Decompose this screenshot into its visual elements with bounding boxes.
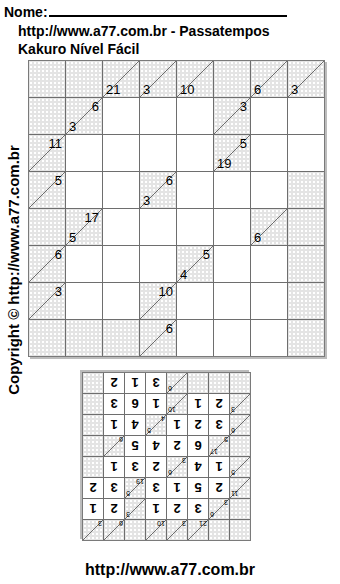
across-clue: 3 [55,285,62,298]
solution-digit: 1 [146,394,166,414]
entry-cell-r7c7[interactable] [251,283,287,319]
across-clue: 17 [210,448,218,455]
kakuro-board: 21310636331151956317566543106 [28,60,325,357]
entry-cell-r6c6[interactable] [214,246,250,282]
solution-entry-cell-r4c3: 4 [188,457,208,477]
entry-cell-r6c2[interactable] [66,246,102,282]
solution-digit: 2 [167,499,187,519]
solution-block-cell-r7c8 [83,394,103,414]
solution-entry-cell-r3c8: 2 [83,478,103,498]
down-clue: 3 [182,457,186,464]
solution-block-cell-r8c1 [230,373,250,393]
block-cell-r5c8 [288,209,324,245]
solution-clue-cell-r6c1: 6 [230,415,250,435]
entry-cell-r6c7[interactable] [251,246,287,282]
clue-cell-r6c1: 6 [29,246,65,282]
solution-clue-cell-r5c2: 175 [209,436,229,456]
down-clue: 3 [143,83,150,96]
clue-cell-r1c5: 10 [177,61,213,97]
solution-clue-cell-r7c4: 10 [167,394,187,414]
across-clue: 6 [166,322,173,335]
solution-entry-cell-r7c6: 6 [125,394,145,414]
entry-cell-r4c2[interactable] [66,172,102,208]
entry-cell-r7c3[interactable] [103,283,139,319]
across-clue: 6 [92,100,99,113]
solution-digit: 2 [167,436,187,456]
clue-cell-r7c1: 3 [29,283,65,319]
solution-entry-cell-r2c8: 1 [83,499,103,519]
across-clue: 5 [126,490,130,497]
name-blank-line [49,2,287,17]
entry-cell-r3c8[interactable] [288,135,324,171]
down-clue: 3 [224,499,228,506]
across-clue: 10 [168,406,176,413]
block-cell-r8c1 [29,320,65,356]
solution-entry-cell-r5c6: 5 [125,436,145,456]
solution-clue-cell-r4c4: 63 [167,457,187,477]
solution-block-cell-r5c8 [83,436,103,456]
entry-cell-r3c4[interactable] [140,135,176,171]
clue-cell-r1c3: 21 [103,61,139,97]
solution-digit: 1 [167,415,187,435]
solution-digit: 3 [209,415,229,435]
down-clue: 10 [157,520,165,527]
entry-cell-r7c5[interactable] [177,283,213,319]
across-clue: 6 [55,248,62,261]
solution-digit: 2 [104,499,124,519]
entry-cell-r2c3[interactable] [103,98,139,134]
solution-entry-cell-r5c3: 6 [188,436,208,456]
solution-digit: 4 [188,457,208,477]
across-clue: 10 [159,285,173,298]
down-clue: 3 [291,83,298,96]
across-clue: 5 [240,137,247,150]
solution-digit: 1 [83,499,103,519]
solution-clue-cell-r1c3: 21 [188,520,208,540]
solution-entry-cell-r6c3: 2 [188,415,208,435]
block-cell-r1c1 [29,61,65,97]
vertical-copyright: Copyright © http://www.a77.com.br [5,145,22,395]
entry-cell-r4c3[interactable] [103,172,139,208]
solution-digit: 2 [188,415,208,435]
page-title: Kakuro Nível Fácil [18,41,139,57]
solution-entry-cell-r2c4: 2 [167,499,187,519]
across-clue: 17 [85,211,99,224]
entry-cell-r7c2[interactable] [66,283,102,319]
footer-url: http://www.a77.com.br [0,561,340,579]
solution-clue-cell-r3c6: 519 [125,478,145,498]
solution-entry-cell-r8c7: 2 [104,373,124,393]
down-clue: 6 [254,83,261,96]
down-clue: 3 [143,194,150,207]
clue-cell-r7c4: 10 [140,283,176,319]
block-cell-r6c8 [288,246,324,282]
block-cell-r8c2 [66,320,102,356]
down-clue: 6 [119,436,123,443]
solution-digit: 1 [104,415,124,435]
solution-entry-cell-r7c3: 1 [188,394,208,414]
entry-cell-r3c2[interactable] [66,135,102,171]
solution-digit: 3 [146,478,166,498]
clue-cell-r1c8: 3 [288,61,324,97]
block-cell-r7c8 [288,283,324,319]
clue-cell-r5c7: 6 [251,209,287,245]
solution-clue-cell-r1c5: 10 [146,520,166,540]
solution-block-cell-r1c2 [209,520,229,540]
solution-digit: 3 [188,499,208,519]
solution-digit: 5 [188,478,208,498]
solution-digit: 1 [125,373,145,393]
down-clue: 19 [217,157,231,170]
solution-block-cell-r6c8 [83,415,103,435]
kakuro-solution-board-rotated: 2131063633213211125135193251463231175624… [82,372,251,541]
solution-clue-cell-r8c4: 6 [167,373,187,393]
solution-block-cell-r2c1 [230,499,250,519]
solution-entry-cell-r7c2: 2 [209,394,229,414]
solution-digit: 1 [167,478,187,498]
kakuro-print-page: Nome: http://www.a77.com.br - Passatempo… [0,0,340,584]
entry-cell-r6c4[interactable] [140,246,176,282]
solution-digit: 6 [125,394,145,414]
solution-block-cell-r8c3 [188,373,208,393]
solution-entry-cell-r3c3: 5 [188,478,208,498]
clue-cell-r1c4: 3 [140,61,176,97]
entry-cell-r5c4[interactable] [140,209,176,245]
solution-entry-cell-r8c6: 1 [125,373,145,393]
down-clue: 3 [98,520,102,527]
name-label: Nome: [4,4,48,20]
block-cell-r5c1 [29,209,65,245]
solution-clue-cell-r6c5: 54 [146,415,166,435]
down-clue: 6 [119,520,123,527]
down-clue: 19 [136,478,144,485]
solution-digit: 6 [188,436,208,456]
entry-cell-r8c6[interactable] [214,320,250,356]
entry-cell-r4c7[interactable] [251,172,287,208]
down-clue: 21 [106,83,120,96]
block-cell-r8c8 [288,320,324,356]
solution-digit: 5 [125,436,145,456]
entry-cell-r8c7[interactable] [251,320,287,356]
solution-entry-cell-r3c4: 1 [167,478,187,498]
across-clue: 6 [166,174,173,187]
solution-digit: 1 [188,394,208,414]
solution-digit: 3 [125,457,145,477]
block-cell-r1c6 [214,61,250,97]
across-clue: 6 [231,427,235,434]
down-clue: 4 [180,268,187,281]
entry-cell-r7c6[interactable] [214,283,250,319]
solution-digit: 2 [104,373,124,393]
solution-digit: 2 [83,478,103,498]
entry-cell-r8c5[interactable] [177,320,213,356]
solution-clue-cell-r4c1: 5 [230,457,250,477]
clue-cell-r5c2: 175 [66,209,102,245]
solution-entry-cell-r6c2: 3 [209,415,229,435]
solution-clue-cell-r3c1: 11 [230,478,250,498]
solution-entry-cell-r7c7: 3 [104,394,124,414]
entry-cell-r3c5[interactable] [177,135,213,171]
entry-cell-r5c5[interactable] [177,209,213,245]
block-cell-r8c3 [103,320,139,356]
down-clue: 21 [199,520,207,527]
solution-entry-cell-r6c6: 4 [125,415,145,435]
down-clue: 5 [224,436,228,443]
entry-cell-r4c5[interactable] [177,172,213,208]
site-header: http://www.a77.com.br - Passatempos [18,23,270,39]
name-row: Nome: [4,2,287,20]
solution-digit: 3 [104,394,124,414]
clue-cell-r3c6: 519 [214,135,250,171]
solution-digit: 2 [146,457,166,477]
clue-cell-r2c2: 63 [66,98,102,134]
entry-cell-r5c6[interactable] [214,209,250,245]
solution-block-cell-r8c2 [209,373,229,393]
solution-digit: 3 [146,373,166,393]
entry-cell-r4c6[interactable] [214,172,250,208]
solution-digit: 3 [104,478,124,498]
solution-clue-cell-r2c2: 63 [209,499,229,519]
clue-cell-r3c1: 11 [29,135,65,171]
solution-clue-cell-r1c7: 6 [104,520,124,540]
across-clue: 6 [210,511,214,518]
across-clue: 5 [203,248,210,261]
solution-entry-cell-r3c2: 2 [209,478,229,498]
solution-entry-cell-r7c5: 1 [146,394,166,414]
block-cell-r1c2 [66,61,102,97]
down-clue: 6 [254,231,261,244]
clue-cell-r6c5: 54 [177,246,213,282]
across-clue: 5 [147,427,151,434]
clue-cell-r4c1: 5 [29,172,65,208]
block-cell-r4c8 [288,172,324,208]
solution-digit: 1 [209,457,229,477]
entry-cell-r3c3[interactable] [103,135,139,171]
solution-digit: 1 [104,457,124,477]
down-clue: 4 [161,415,165,422]
solution-entry-cell-r4c6: 3 [125,457,145,477]
solution-clue-cell-r1c4: 3 [167,520,187,540]
solution-entry-cell-r5c5: 4 [146,436,166,456]
solution-entry-cell-r2c3: 3 [188,499,208,519]
across-clue: 6 [168,385,172,392]
solution-entry-cell-r2c5: 1 [146,499,166,519]
block-cell-r2c1 [29,98,65,134]
clue-cell-r8c4: 6 [140,320,176,356]
across-clue: 5 [231,469,235,476]
solution-block-cell-r4c8 [83,457,103,477]
solution-entry-cell-r4c7: 1 [104,457,124,477]
entry-cell-r2c7[interactable] [251,98,287,134]
solution-entry-cell-r3c7: 3 [104,478,124,498]
solution-entry-cell-r3c5: 3 [146,478,166,498]
entry-cell-r6c3[interactable] [103,246,139,282]
solution-block-cell-r8c8 [83,373,103,393]
solution-entry-cell-r4c2: 1 [209,457,229,477]
solution-entry-cell-r4c5: 2 [146,457,166,477]
solution-clue-cell-r7c1: 3 [230,394,250,414]
entry-cell-r3c7[interactable] [251,135,287,171]
down-clue: 5 [69,231,76,244]
across-clue: 3 [240,100,247,113]
clue-cell-r1c7: 6 [251,61,287,97]
entry-cell-r5c3[interactable] [103,209,139,245]
across-clue: 3 [126,511,130,518]
down-clue: 10 [180,83,194,96]
across-clue: 11 [49,137,63,150]
solution-digit: 4 [125,415,145,435]
solution-entry-cell-r5c4: 2 [167,436,187,456]
down-clue: 3 [69,120,76,133]
clue-cell-r4c4: 63 [140,172,176,208]
solution-digit: 2 [209,478,229,498]
solution-entry-cell-r6c4: 1 [167,415,187,435]
solution-clue-cell-r2c6: 3 [125,499,145,519]
across-clue: 5 [55,174,62,187]
entry-cell-r2c8[interactable] [288,98,324,134]
across-clue: 11 [231,490,238,497]
solution-entry-cell-r2c7: 2 [104,499,124,519]
clue-cell-r2c6: 3 [214,98,250,134]
solution-digit: 1 [146,499,166,519]
entry-cell-r2c4[interactable] [140,98,176,134]
solution-entry-cell-r6c7: 1 [104,415,124,435]
solution-block-cell-r5c1 [230,436,250,456]
solution-block-cell-r1c6 [125,520,145,540]
entry-cell-r2c5[interactable] [177,98,213,134]
solution-block-cell-r1c1 [230,520,250,540]
solution-clue-cell-r1c8: 3 [83,520,103,540]
solution-entry-cell-r8c5: 3 [146,373,166,393]
across-clue: 3 [231,406,235,413]
down-clue: 3 [182,520,186,527]
solution-digit: 2 [209,394,229,414]
across-clue: 6 [168,469,172,476]
solution-digit: 4 [146,436,166,456]
solution-clue-cell-r5c7: 6 [104,436,124,456]
